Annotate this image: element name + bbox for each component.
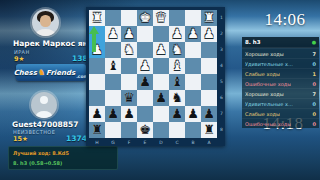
square-g7[interactable]: ♟ [105, 106, 121, 122]
good-move-dot-icon: ● [312, 39, 316, 45]
piece-wB-c4: ♝ [169, 58, 185, 74]
square-d3[interactable]: ♟ [153, 42, 169, 58]
square-b3[interactable] [185, 42, 201, 58]
stat-row: Слабые ходы0 [242, 108, 319, 118]
analysis-box: Лучший ход: 8.Кd5 8. h3 (0.58→0.58) [8, 146, 118, 170]
stat-label: Ошибочные ходы [245, 121, 291, 127]
square-f4[interactable] [121, 58, 137, 74]
stat-row: Хорошие ходы7 [242, 88, 319, 98]
stat-value: 1 [313, 71, 316, 77]
stat-label: Хорошие ходы [245, 91, 284, 97]
piece-bP-d6: ♟ [153, 90, 169, 106]
square-h5[interactable] [89, 74, 105, 90]
piece-wP-f2: ♟ [121, 26, 137, 42]
file-label-A: A [201, 139, 217, 146]
stat-value: 0 [313, 81, 316, 87]
square-f1[interactable] [121, 10, 137, 26]
chessfriends-logo[interactable]: Chess ♞ Friends .com [16, 64, 86, 81]
stat-row: Ошибочные ходы0 [242, 118, 319, 128]
file-label-B: B [185, 139, 201, 146]
square-c5[interactable]: ♝ [169, 74, 185, 90]
piece-bN-c6: ♞ [169, 90, 185, 106]
player-stars-bottom: 15★ [13, 135, 28, 143]
player-name-top: Нарек Маркос ян [13, 39, 88, 48]
square-f7[interactable]: ♟ [121, 106, 137, 122]
piece-wP-c2: ♟ [169, 26, 185, 42]
square-e4[interactable]: ♟ [137, 58, 153, 74]
file-label-C: C [169, 139, 185, 146]
game-screen: Нарек Маркос ян ИРАН 9★ 1385 Chess ♞ Fri… [0, 0, 320, 180]
arrow-stem [92, 34, 96, 52]
piece-bP-e5: ♟ [137, 74, 153, 90]
square-c6[interactable]: ♞ [169, 90, 185, 106]
square-d5[interactable] [153, 74, 169, 90]
piece-wK-e1: ♚ [137, 10, 153, 26]
square-b6[interactable] [185, 90, 201, 106]
square-g3[interactable] [105, 42, 121, 58]
move-stats-header: 8. h3 ● [242, 37, 319, 48]
file-label-D: D [153, 139, 169, 146]
square-c8[interactable] [169, 122, 185, 138]
rank-label-2: 2 [218, 26, 225, 42]
stat-row: Удивительные х…0 [242, 98, 319, 108]
piece-wN-f3: ♞ [121, 42, 137, 58]
square-f5[interactable] [121, 74, 137, 90]
file-label-F: F [121, 139, 137, 146]
piece-bB-c5: ♝ [169, 74, 185, 90]
square-c2[interactable]: ♟ [169, 26, 185, 42]
square-d6[interactable]: ♟ [153, 90, 169, 106]
piece-wN-c3: ♞ [169, 42, 185, 58]
piece-wP-d3: ♟ [153, 42, 169, 58]
knight-logo-icon: ♞ [38, 69, 45, 77]
stat-value: 0 [313, 121, 316, 127]
logo-text-chess: Chess [14, 69, 37, 77]
piece-bR-a8: ♜ [201, 122, 217, 138]
square-f2[interactable]: ♟ [121, 26, 137, 42]
chess-board: ♜♚♛♜♟♟♟♟♟♟♞♟♞♝♟♝♟♝♛♟♞♟♟♟♟♟♟♜♚♜ HGFEDCBA … [86, 7, 225, 146]
square-a3[interactable] [201, 42, 217, 58]
square-c3[interactable]: ♞ [169, 42, 185, 58]
move-eval-line: 8. h3 (0.58→0.58) [13, 160, 113, 166]
stat-label: Ошибочные ходы [245, 81, 291, 87]
file-label-H: H [89, 139, 105, 146]
square-a8[interactable]: ♜ [201, 122, 217, 138]
last-move-arrow [89, 26, 99, 52]
arrow-head [89, 26, 99, 34]
stat-label: Хорошие ходы [245, 51, 284, 57]
stat-value: 7 [313, 51, 316, 57]
rank-labels: 12345678 [218, 10, 225, 138]
piece-wP-e4: ♟ [137, 58, 153, 74]
square-h6[interactable] [89, 90, 105, 106]
move-stats-top: 8. h3 ● Хорошие ходы7Удивительные х…0Сла… [242, 37, 319, 88]
square-d8[interactable] [153, 122, 169, 138]
square-e6[interactable] [137, 90, 153, 106]
silhouette-head [40, 96, 48, 104]
stat-label: Слабые ходы [245, 71, 280, 77]
rank-label-4: 4 [218, 58, 225, 74]
avatar-face [40, 15, 51, 27]
square-b7[interactable]: ♟ [185, 106, 201, 122]
square-g4[interactable]: ♝ [105, 58, 121, 74]
square-c4[interactable]: ♝ [169, 58, 185, 74]
avatar-top-player[interactable] [32, 9, 59, 36]
piece-bP-b7: ♟ [185, 106, 201, 122]
square-e7[interactable] [137, 106, 153, 122]
piece-bP-a7: ♟ [201, 106, 217, 122]
avatar-bottom-player[interactable] [31, 92, 57, 118]
square-e2[interactable] [137, 26, 153, 42]
square-e8[interactable]: ♚ [137, 122, 153, 138]
rank-label-1: 1 [218, 10, 225, 26]
square-d1[interactable]: ♛ [153, 10, 169, 26]
square-f8[interactable] [121, 122, 137, 138]
square-h7[interactable]: ♟ [89, 106, 105, 122]
stat-row: Удивительные х…0 [242, 58, 319, 68]
file-label-E: E [137, 139, 153, 146]
square-d7[interactable] [153, 106, 169, 122]
square-c7[interactable]: ♟ [169, 106, 185, 122]
silhouette-torso [36, 111, 52, 118]
square-a2[interactable]: ♟ [201, 26, 217, 42]
square-c1[interactable] [169, 10, 185, 26]
piece-bK-e8: ♚ [137, 122, 153, 138]
stat-row: Ошибочные ходы0 [242, 78, 319, 88]
square-g8[interactable] [105, 122, 121, 138]
square-a6[interactable] [201, 90, 217, 106]
square-b2[interactable]: ♟ [185, 26, 201, 42]
square-g6[interactable] [105, 90, 121, 106]
clock-top-player: 14:06 [253, 10, 317, 30]
piece-bP-c7: ♟ [169, 106, 185, 122]
stat-label: Удивительные х… [245, 61, 293, 67]
square-e1[interactable]: ♚ [137, 10, 153, 26]
square-h8[interactable]: ♜ [89, 122, 105, 138]
logo-text-friends: Friends [46, 69, 75, 77]
stat-label: Удивительные х… [245, 101, 293, 107]
file-label-G: G [105, 139, 121, 146]
piece-bP-f7: ♟ [121, 106, 137, 122]
best-move-line: Лучший ход: 8.Кd5 [13, 150, 113, 156]
square-d4[interactable] [153, 58, 169, 74]
square-a7[interactable]: ♟ [201, 106, 217, 122]
square-a1[interactable]: ♜ [201, 10, 217, 26]
square-h4[interactable] [89, 58, 105, 74]
piece-wR-a1: ♜ [201, 10, 217, 26]
square-e5[interactable]: ♟ [137, 74, 153, 90]
square-e3[interactable] [137, 42, 153, 58]
player-rating-bottom: 1374 [66, 134, 87, 143]
piece-bB-g4: ♝ [105, 58, 121, 74]
board-grid: ♜♚♛♜♟♟♟♟♟♟♞♟♞♝♟♝♟♝♛♟♞♟♟♟♟♟♟♜♚♜ [89, 10, 217, 138]
stat-value: 0 [313, 111, 316, 117]
rank-label-3: 3 [218, 42, 225, 58]
rank-label-6: 6 [218, 90, 225, 106]
rank-label-7: 7 [218, 106, 225, 122]
avatar-shirt [36, 29, 55, 36]
last-move-label: 8. h3 [245, 39, 261, 45]
square-b8[interactable] [185, 122, 201, 138]
piece-bR-h8: ♜ [89, 122, 105, 138]
square-d2[interactable] [153, 26, 169, 42]
piece-wQ-d1: ♛ [153, 10, 169, 26]
stat-label: Слабые ходы [245, 111, 280, 117]
piece-wR-h1: ♜ [89, 10, 105, 26]
rank-label-8: 8 [218, 122, 225, 138]
piece-bP-h7: ♟ [89, 106, 105, 122]
piece-wP-g2: ♟ [105, 26, 121, 42]
stat-row: Слабые ходы1 [242, 68, 319, 78]
move-stats-bottom: Хорошие ходы7Удивительные х…0Слабые ходы… [242, 88, 319, 128]
stat-value: 0 [313, 61, 316, 67]
square-b1[interactable] [185, 10, 201, 26]
square-b5[interactable] [185, 74, 201, 90]
square-f3[interactable]: ♞ [121, 42, 137, 58]
stat-row: Хорошие ходы7 [242, 48, 319, 58]
piece-bP-g7: ♟ [105, 106, 121, 122]
file-labels: HGFEDCBA [89, 139, 217, 146]
square-h1[interactable]: ♜ [89, 10, 105, 26]
piece-wP-b2: ♟ [185, 26, 201, 42]
player-stars-top: 9★ [14, 55, 24, 63]
square-g2[interactable]: ♟ [105, 26, 121, 42]
square-f6[interactable]: ♛ [121, 90, 137, 106]
player-name-bottom: Guest47008857 [12, 120, 78, 129]
square-a5[interactable] [201, 74, 217, 90]
stat-value: 7 [313, 91, 316, 97]
square-a4[interactable] [201, 58, 217, 74]
stat-value: 0 [313, 101, 316, 107]
piece-bQ-f6: ♛ [121, 90, 137, 106]
square-b4[interactable] [185, 58, 201, 74]
square-g1[interactable] [105, 10, 121, 26]
rank-label-5: 5 [218, 74, 225, 90]
piece-wP-a2: ♟ [201, 26, 217, 42]
square-g5[interactable] [105, 74, 121, 90]
